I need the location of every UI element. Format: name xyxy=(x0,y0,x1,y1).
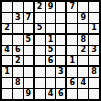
cell-r1c8[interactable] xyxy=(78,2,88,12)
cell-r1c6[interactable] xyxy=(56,2,66,12)
cell-r5c7[interactable] xyxy=(67,46,77,56)
cell-r9c9[interactable] xyxy=(89,89,99,99)
given-digit: 8 xyxy=(80,36,86,44)
cell-r9c3[interactable]: 9 xyxy=(24,89,34,99)
cell-r9c6[interactable]: 6 xyxy=(56,89,66,99)
cell-r6c2[interactable]: 2 xyxy=(13,56,23,66)
cell-r5c2[interactable]: 6 xyxy=(13,46,23,56)
cell-r7c9[interactable]: 8 xyxy=(89,67,99,77)
given-digit: 2 xyxy=(4,24,10,32)
given-digit: 6 xyxy=(48,57,54,65)
given-digit: 2 xyxy=(15,57,21,65)
cell-r4c7[interactable] xyxy=(67,35,77,45)
given-digit: 5 xyxy=(25,36,31,44)
cell-r7c4[interactable] xyxy=(35,67,45,77)
cell-r4c3[interactable]: 5 xyxy=(24,35,34,45)
cell-r1c5[interactable]: 9 xyxy=(46,2,56,12)
cell-r8c2[interactable]: 8 xyxy=(13,78,23,88)
cell-r2c3[interactable]: 7 xyxy=(24,13,34,23)
cell-r3c6[interactable] xyxy=(56,24,66,34)
cell-r2c7[interactable] xyxy=(67,13,77,23)
cell-r8c3[interactable] xyxy=(24,78,34,88)
cell-r2c9[interactable] xyxy=(89,13,99,23)
given-digit: 2 xyxy=(37,3,43,11)
cell-r5c3[interactable] xyxy=(24,46,34,56)
cell-r7c5[interactable] xyxy=(46,67,56,77)
cell-r9c7[interactable] xyxy=(67,89,77,99)
cell-r1c4[interactable]: 2 xyxy=(35,2,45,12)
cell-r9c4[interactable] xyxy=(35,89,45,99)
cell-r4c8[interactable]: 8 xyxy=(78,35,88,45)
cell-r8c5[interactable] xyxy=(46,78,56,88)
given-digit: 2 xyxy=(80,46,86,54)
cell-r4c1[interactable] xyxy=(2,35,12,45)
cell-r6c3[interactable] xyxy=(24,56,34,66)
cell-r5c8[interactable]: 2 xyxy=(78,46,88,56)
sudoku-board-frame: 29737925151846523261138864946 xyxy=(0,0,101,101)
cell-r8c6[interactable] xyxy=(56,78,66,88)
cell-r5c5[interactable]: 5 xyxy=(46,46,56,56)
given-digit: 9 xyxy=(25,90,31,98)
cell-r3c1[interactable]: 2 xyxy=(2,24,12,34)
cell-r1c9[interactable] xyxy=(89,2,99,12)
given-digit: 8 xyxy=(91,68,97,76)
cell-r4c4[interactable] xyxy=(35,35,45,45)
cell-r6c6[interactable] xyxy=(56,56,66,66)
given-digit: 7 xyxy=(25,14,31,22)
sudoku-board: 29737925151846523261138864946 xyxy=(2,2,99,99)
cell-r3c5[interactable] xyxy=(46,24,56,34)
given-digit: 1 xyxy=(4,68,10,76)
cell-r7c1[interactable]: 1 xyxy=(2,67,12,77)
cell-r9c5[interactable]: 4 xyxy=(46,89,56,99)
cell-r7c6[interactable]: 3 xyxy=(56,67,66,77)
given-digit: 3 xyxy=(58,68,64,76)
cell-r2c2[interactable]: 3 xyxy=(13,13,23,23)
cell-r1c1[interactable] xyxy=(2,2,12,12)
cell-r4c5[interactable]: 1 xyxy=(46,35,56,45)
cell-r3c4[interactable]: 5 xyxy=(35,24,45,34)
given-digit: 3 xyxy=(15,14,21,22)
cell-r6c5[interactable]: 6 xyxy=(46,56,56,66)
given-digit: 4 xyxy=(80,79,86,87)
cell-r4c9[interactable] xyxy=(89,35,99,45)
cell-r4c2[interactable] xyxy=(13,35,23,45)
cell-r7c3[interactable] xyxy=(24,67,34,77)
cell-r1c7[interactable]: 7 xyxy=(67,2,77,12)
cell-r5c1[interactable]: 4 xyxy=(2,46,12,56)
cell-r8c4[interactable] xyxy=(35,78,45,88)
given-digit: 1 xyxy=(69,57,75,65)
cell-r9c8[interactable] xyxy=(78,89,88,99)
cell-r3c3[interactable] xyxy=(24,24,34,34)
cell-r6c8[interactable] xyxy=(78,56,88,66)
cell-r5c4[interactable] xyxy=(35,46,45,56)
cell-r8c7[interactable]: 6 xyxy=(67,78,77,88)
cell-r6c4[interactable] xyxy=(35,56,45,66)
cell-r9c2[interactable] xyxy=(13,89,23,99)
cell-r7c8[interactable] xyxy=(78,67,88,77)
cell-r2c5[interactable] xyxy=(46,13,56,23)
cell-r2c4[interactable] xyxy=(35,13,45,23)
cell-r2c1[interactable] xyxy=(2,13,12,23)
cell-r8c8[interactable]: 4 xyxy=(78,78,88,88)
cell-r6c9[interactable] xyxy=(89,56,99,66)
given-digit: 3 xyxy=(91,46,97,54)
given-digit: 8 xyxy=(15,79,21,87)
cell-r3c8[interactable] xyxy=(78,24,88,34)
given-digit: 6 xyxy=(69,79,75,87)
cell-r5c6[interactable] xyxy=(56,46,66,56)
given-digit: 4 xyxy=(48,90,54,98)
given-digit: 5 xyxy=(48,46,54,54)
given-digit: 9 xyxy=(80,14,86,22)
given-digit: 1 xyxy=(91,24,97,32)
cell-r1c2[interactable] xyxy=(13,2,23,12)
cell-r2c6[interactable] xyxy=(56,13,66,23)
cell-r6c1[interactable] xyxy=(2,56,12,66)
cell-r4c6[interactable] xyxy=(56,35,66,45)
given-digit: 9 xyxy=(48,3,54,11)
given-digit: 6 xyxy=(15,46,21,54)
cell-r2c8[interactable]: 9 xyxy=(78,13,88,23)
given-digit: 1 xyxy=(48,36,54,44)
cell-r5c9[interactable]: 3 xyxy=(89,46,99,56)
cell-r8c9[interactable] xyxy=(89,78,99,88)
given-digit: 5 xyxy=(37,24,43,32)
cell-r3c2[interactable] xyxy=(13,24,23,34)
cell-r3c9[interactable]: 1 xyxy=(89,24,99,34)
cell-r6c7[interactable]: 1 xyxy=(67,56,77,66)
given-digit: 4 xyxy=(4,46,10,54)
cell-r1c3[interactable] xyxy=(24,2,34,12)
cell-r9c1[interactable] xyxy=(2,89,12,99)
cell-r8c1[interactable] xyxy=(2,78,12,88)
given-digit: 6 xyxy=(58,90,64,98)
cell-r7c7[interactable] xyxy=(67,67,77,77)
given-digit: 7 xyxy=(69,3,75,11)
cell-r7c2[interactable] xyxy=(13,67,23,77)
cell-r3c7[interactable] xyxy=(67,24,77,34)
